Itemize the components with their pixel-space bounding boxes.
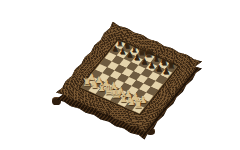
board-field [81, 41, 177, 114]
chess-board [55, 21, 202, 133]
chess-set-photo: ♜♞♟♝♟♛♟♚♟♝♟♞♟♜♟♟♟♟♜♟♞♟♝♟♛♟♚♟♝♟♞♜ [0, 0, 240, 150]
